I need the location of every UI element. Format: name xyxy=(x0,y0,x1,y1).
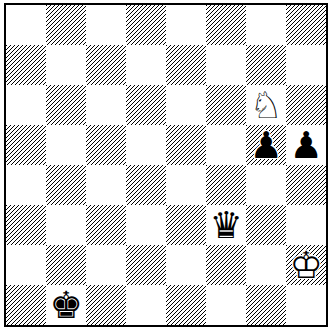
square-e4 xyxy=(166,165,206,205)
square-b3 xyxy=(46,205,86,245)
square-e2 xyxy=(166,245,206,285)
square-b4 xyxy=(46,165,86,205)
square-d5 xyxy=(126,125,166,165)
square-g7 xyxy=(246,45,286,85)
square-f4 xyxy=(206,165,246,205)
square-d3 xyxy=(126,205,166,245)
square-c2 xyxy=(86,245,126,285)
square-h7 xyxy=(286,45,326,85)
square-g2 xyxy=(246,245,286,285)
square-g1 xyxy=(246,285,286,325)
square-b2 xyxy=(46,245,86,285)
square-b5 xyxy=(46,125,86,165)
square-c8 xyxy=(86,5,126,45)
square-h6 xyxy=(286,85,326,125)
square-e5 xyxy=(166,125,206,165)
square-a6 xyxy=(6,85,46,125)
square-d8 xyxy=(126,5,166,45)
square-f3: ♛♛ xyxy=(206,205,246,245)
piece-black-queen: ♛ xyxy=(206,205,246,245)
square-a5 xyxy=(6,125,46,165)
square-b8 xyxy=(46,5,86,45)
square-h8 xyxy=(286,5,326,45)
square-c4 xyxy=(86,165,126,205)
square-a3 xyxy=(6,205,46,245)
square-a8 xyxy=(6,5,46,45)
square-b6 xyxy=(46,85,86,125)
square-c5 xyxy=(86,125,126,165)
square-e7 xyxy=(166,45,206,85)
square-g4 xyxy=(246,165,286,205)
square-h4 xyxy=(286,165,326,205)
square-a1 xyxy=(6,285,46,325)
square-c7 xyxy=(86,45,126,85)
square-c1 xyxy=(86,285,126,325)
piece-black-king: ♚ xyxy=(46,285,86,325)
square-g8 xyxy=(246,5,286,45)
square-f5 xyxy=(206,125,246,165)
square-h2: ♚♔ xyxy=(286,245,326,285)
square-f7 xyxy=(206,45,246,85)
square-d6 xyxy=(126,85,166,125)
square-d4 xyxy=(126,165,166,205)
square-b1: ♚♚ xyxy=(46,285,86,325)
square-f6 xyxy=(206,85,246,125)
square-g6: ♞♘ xyxy=(246,85,286,125)
square-f1 xyxy=(206,285,246,325)
square-h3 xyxy=(286,205,326,245)
square-e3 xyxy=(166,205,206,245)
square-h5: ♟♟ xyxy=(286,125,326,165)
square-c3 xyxy=(86,205,126,245)
square-d7 xyxy=(126,45,166,85)
chess-board-frame: ♞♘♟♟♟♟♛♛♚♔♚♚ xyxy=(4,3,328,327)
square-g3 xyxy=(246,205,286,245)
square-e8 xyxy=(166,5,206,45)
square-e1 xyxy=(166,285,206,325)
piece-white-king: ♔ xyxy=(286,245,326,285)
square-b7 xyxy=(46,45,86,85)
piece-black-pawn: ♟ xyxy=(286,125,326,165)
chess-diagram-page: ♞♘♟♟♟♟♛♛♚♔♚♚ xyxy=(0,0,332,332)
piece-white-knight: ♘ xyxy=(246,85,286,125)
square-g5: ♟♟ xyxy=(246,125,286,165)
chess-board-grid: ♞♘♟♟♟♟♛♛♚♔♚♚ xyxy=(6,5,326,325)
square-a4 xyxy=(6,165,46,205)
square-f8 xyxy=(206,5,246,45)
square-f2 xyxy=(206,245,246,285)
square-c6 xyxy=(86,85,126,125)
square-a7 xyxy=(6,45,46,85)
square-e6 xyxy=(166,85,206,125)
square-d1 xyxy=(126,285,166,325)
piece-black-pawn: ♟ xyxy=(246,125,286,165)
square-h1 xyxy=(286,285,326,325)
square-a2 xyxy=(6,245,46,285)
square-d2 xyxy=(126,245,166,285)
